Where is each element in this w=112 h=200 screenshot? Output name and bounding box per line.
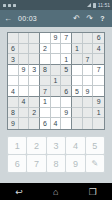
sudoku-cell-r1c2[interactable]: [19, 33, 30, 44]
pencil-button[interactable]: ✎: [86, 155, 104, 172]
signal-icon: [87, 3, 91, 7]
sudoku-cell-r9c4[interactable]: 6: [40, 118, 51, 129]
sudoku-cell-r5c1[interactable]: [8, 76, 19, 87]
number-pad: 123456789✎: [7, 136, 105, 173]
sudoku-cell-r1c8[interactable]: [83, 33, 94, 44]
nav-home-icon[interactable]: ⌂: [53, 187, 58, 197]
sudoku-board: 9766214317938571476594198291964: [7, 32, 105, 130]
sudoku-cell-r3c3[interactable]: [29, 54, 40, 65]
sudoku-cell-r2c7[interactable]: 1: [72, 44, 83, 55]
redo-icon[interactable]: ↷: [83, 14, 96, 23]
sudoku-cell-r3c8[interactable]: 7: [83, 54, 94, 65]
sudoku-cell-r4c2[interactable]: 9: [19, 65, 30, 76]
sudoku-cell-r4c9[interactable]: 7: [93, 65, 104, 76]
sudoku-cell-r6c5[interactable]: [51, 86, 62, 97]
status-bar: 11:51: [0, 0, 112, 10]
sudoku-cell-r3c6[interactable]: 1: [61, 54, 72, 65]
numpad-key-5[interactable]: 5: [86, 137, 104, 154]
sudoku-cell-r1c7[interactable]: [72, 33, 83, 44]
sudoku-cell-r5c9[interactable]: [93, 76, 104, 87]
notification-icons: [3, 4, 16, 7]
sudoku-cell-r8c2[interactable]: [19, 108, 30, 119]
sudoku-cell-r7c9[interactable]: 9: [93, 97, 104, 108]
sudoku-cell-r1c4[interactable]: [40, 33, 51, 44]
sudoku-cell-r6c2[interactable]: [19, 86, 30, 97]
undo-icon[interactable]: ↶: [70, 14, 83, 23]
sudoku-cell-r4c8[interactable]: [83, 65, 94, 76]
sudoku-cell-r2c2[interactable]: [19, 44, 30, 55]
numpad-key-2[interactable]: 2: [27, 137, 45, 154]
sudoku-cell-r6c9[interactable]: [93, 86, 104, 97]
sudoku-cell-r7c4[interactable]: 1: [40, 97, 51, 108]
sudoku-cell-r1c3[interactable]: [29, 33, 40, 44]
numpad-key-4[interactable]: 4: [66, 137, 84, 154]
sudoku-cell-r7c3[interactable]: [29, 97, 40, 108]
sudoku-cell-r8c4[interactable]: [40, 108, 51, 119]
sudoku-cell-r2c1[interactable]: 6: [8, 44, 19, 55]
sudoku-cell-r1c1[interactable]: [8, 33, 19, 44]
app-bar: ← 00:03 ↶ ↷ ?: [0, 10, 112, 27]
numpad-key-8[interactable]: 8: [47, 155, 65, 172]
sudoku-cell-r5c2[interactable]: [19, 76, 30, 87]
sudoku-cell-r1c5[interactable]: 9: [51, 33, 62, 44]
sudoku-cell-r6c4[interactable]: 7: [40, 86, 51, 97]
sudoku-cell-r2c8[interactable]: [83, 44, 94, 55]
sudoku-cell-r9c7[interactable]: [72, 118, 83, 129]
game-timer: 00:03: [18, 15, 37, 22]
sudoku-cell-r4c6[interactable]: 5: [61, 65, 72, 76]
help-icon[interactable]: ?: [96, 15, 109, 22]
sudoku-cell-r3c4[interactable]: [40, 54, 51, 65]
sudoku-cell-r7c8[interactable]: [83, 97, 94, 108]
sudoku-cell-r9c3[interactable]: [29, 118, 40, 129]
sudoku-cell-r9c5[interactable]: 4: [51, 118, 62, 129]
sudoku-cell-r9c8[interactable]: [83, 118, 94, 129]
numpad-key-1[interactable]: 1: [8, 137, 26, 154]
numpad-key-3[interactable]: 3: [47, 137, 65, 154]
notification-icon: [13, 4, 16, 7]
sudoku-cell-r5c3[interactable]: [29, 76, 40, 87]
nav-back-icon[interactable]: ↩: [15, 187, 23, 197]
sudoku-cell-r8c3[interactable]: 2: [29, 108, 40, 119]
sudoku-cell-r1c9[interactable]: 6: [93, 33, 104, 44]
sudoku-cell-r1c6[interactable]: 7: [61, 33, 72, 44]
numpad-key-9[interactable]: 9: [66, 155, 84, 172]
sudoku-cell-r2c4[interactable]: 2: [40, 44, 51, 55]
sudoku-cell-r2c6[interactable]: [61, 44, 72, 55]
sudoku-cell-r3c1[interactable]: 3: [8, 54, 19, 65]
sudoku-cell-r8c8[interactable]: [83, 108, 94, 119]
sudoku-cell-r7c1[interactable]: [8, 97, 19, 108]
numpad-key-6[interactable]: 6: [8, 155, 26, 172]
sudoku-cell-r8c1[interactable]: 8: [8, 108, 19, 119]
sudoku-cell-r5c8[interactable]: [83, 76, 94, 87]
sudoku-cell-r8c9[interactable]: 1: [93, 108, 104, 119]
sudoku-cell-r9c9[interactable]: [93, 118, 104, 129]
sudoku-cell-r9c1[interactable]: 9: [8, 118, 19, 129]
sudoku-cell-r3c2[interactable]: [19, 54, 30, 65]
notification-icon: [3, 4, 6, 7]
sudoku-cell-r5c6[interactable]: [61, 76, 72, 87]
back-arrow-icon[interactable]: ←: [4, 14, 12, 23]
status-time: 11:51: [98, 2, 110, 8]
sudoku-cell-r5c7[interactable]: [72, 76, 83, 87]
sudoku-cell-r7c6[interactable]: [61, 97, 72, 108]
sudoku-cell-r8c7[interactable]: [72, 108, 83, 119]
sudoku-cell-r9c6[interactable]: [61, 118, 72, 129]
sudoku-cell-r4c7[interactable]: [72, 65, 83, 76]
notification-icon: [8, 4, 11, 7]
sudoku-cell-r4c4[interactable]: 8: [40, 65, 51, 76]
sudoku-cell-r3c7[interactable]: [72, 54, 83, 65]
sudoku-cell-r6c3[interactable]: [29, 86, 40, 97]
sudoku-cell-r2c3[interactable]: [29, 44, 40, 55]
sudoku-cell-r7c2[interactable]: 4: [19, 97, 30, 108]
sudoku-cell-r2c5[interactable]: [51, 44, 62, 55]
battery-icon: [93, 3, 96, 8]
pencil-icon: ✎: [91, 159, 98, 168]
sudoku-cell-r8c6[interactable]: 9: [61, 108, 72, 119]
sudoku-cell-r4c5[interactable]: [51, 65, 62, 76]
sudoku-cell-r3c5[interactable]: [51, 54, 62, 65]
sudoku-cell-r7c5[interactable]: [51, 97, 62, 108]
sudoku-cell-r4c1[interactable]: [8, 65, 19, 76]
numpad-key-7[interactable]: 7: [27, 155, 45, 172]
sudoku-cell-r6c1[interactable]: 4: [8, 86, 19, 97]
sudoku-cell-r9c2[interactable]: [19, 118, 30, 129]
sudoku-cell-r5c5[interactable]: 1: [51, 76, 62, 87]
sudoku-cell-r5c4[interactable]: [40, 76, 51, 87]
sudoku-cell-r8c5[interactable]: [51, 108, 62, 119]
nav-recents-icon[interactable]: ❐: [89, 187, 97, 197]
sudoku-cell-r2c9[interactable]: 4: [93, 44, 104, 55]
sudoku-cell-r4c3[interactable]: 3: [29, 65, 40, 76]
sudoku-cell-r6c8[interactable]: 9: [83, 86, 94, 97]
sudoku-cell-r6c7[interactable]: 5: [72, 86, 83, 97]
sudoku-cell-r7c7[interactable]: [72, 97, 83, 108]
sudoku-cell-r3c9[interactable]: [93, 54, 104, 65]
sudoku-cell-r6c6[interactable]: 6: [61, 86, 72, 97]
android-nav-bar: ↩ ⌂ ❐: [0, 183, 112, 200]
